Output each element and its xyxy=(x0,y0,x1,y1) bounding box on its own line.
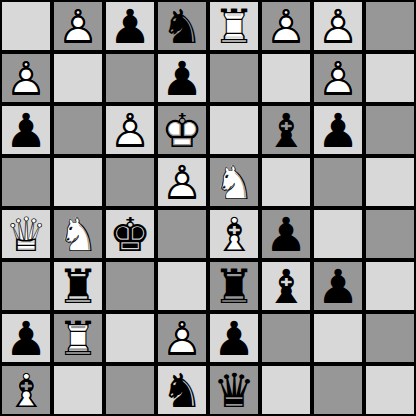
square-c3[interactable] xyxy=(104,260,156,312)
square-e1[interactable]: ♛ xyxy=(208,364,260,416)
white-bishop-icon-outline: ♗ xyxy=(210,210,258,258)
white-king-icon: ♚ xyxy=(158,106,206,154)
black-king-icon: ♚ xyxy=(106,210,154,258)
square-f8[interactable]: ♟♙ xyxy=(260,0,312,52)
square-e4[interactable]: ♝♗ xyxy=(208,208,260,260)
white-knight-icon-outline: ♘ xyxy=(210,158,258,206)
white-pawn-icon-outline: ♙ xyxy=(54,2,102,50)
square-h3[interactable] xyxy=(364,260,416,312)
black-pawn-icon: ♟ xyxy=(314,262,362,310)
white-pawn-icon: ♟ xyxy=(2,54,50,102)
square-f2[interactable] xyxy=(260,312,312,364)
square-c6[interactable]: ♟♙ xyxy=(104,104,156,156)
white-pawn-icon-outline: ♙ xyxy=(106,106,154,154)
square-f6[interactable]: ♝ xyxy=(260,104,312,156)
white-pawn-icon: ♟ xyxy=(314,2,362,50)
square-c8[interactable]: ♟ xyxy=(104,0,156,52)
square-d6[interactable]: ♚♔ xyxy=(156,104,208,156)
square-g4[interactable] xyxy=(312,208,364,260)
square-c7[interactable] xyxy=(104,52,156,104)
square-b1[interactable] xyxy=(52,364,104,416)
square-d2[interactable]: ♟♙ xyxy=(156,312,208,364)
square-b3[interactable]: ♜ xyxy=(52,260,104,312)
square-f5[interactable] xyxy=(260,156,312,208)
white-pawn-icon: ♟ xyxy=(158,314,206,362)
square-h8[interactable] xyxy=(364,0,416,52)
black-pawn-icon: ♟ xyxy=(2,106,50,154)
black-pawn-icon: ♟ xyxy=(314,106,362,154)
white-rook-icon: ♜ xyxy=(54,314,102,362)
square-h7[interactable] xyxy=(364,52,416,104)
white-queen-icon: ♛ xyxy=(2,210,50,258)
square-f1[interactable] xyxy=(260,364,312,416)
white-pawn-icon-outline: ♙ xyxy=(314,54,362,102)
square-b6[interactable] xyxy=(52,104,104,156)
white-pawn-icon: ♟ xyxy=(54,2,102,50)
square-a1[interactable]: ♝♗ xyxy=(0,364,52,416)
square-b7[interactable] xyxy=(52,52,104,104)
square-g8[interactable]: ♟♙ xyxy=(312,0,364,52)
square-f7[interactable] xyxy=(260,52,312,104)
black-knight-icon: ♞ xyxy=(158,2,206,50)
square-a5[interactable] xyxy=(0,156,52,208)
square-b2[interactable]: ♜♖ xyxy=(52,312,104,364)
black-pawn-icon: ♟ xyxy=(158,54,206,102)
square-d1[interactable]: ♞ xyxy=(156,364,208,416)
square-c5[interactable] xyxy=(104,156,156,208)
white-pawn-icon: ♟ xyxy=(106,106,154,154)
square-c1[interactable] xyxy=(104,364,156,416)
white-rook-icon: ♜ xyxy=(210,2,258,50)
black-rook-icon: ♜ xyxy=(54,262,102,310)
square-g5[interactable] xyxy=(312,156,364,208)
black-knight-icon: ♞ xyxy=(158,366,206,414)
square-d3[interactable] xyxy=(156,260,208,312)
chess-board: ♟♙♟♞♜♖♟♙♟♙♟♙♟♟♙♟♟♙♚♔♝♟♟♙♞♘♛♕♞♘♚♝♗♟♜♜♝♟♟♜… xyxy=(0,0,416,416)
white-pawn-icon: ♟ xyxy=(314,54,362,102)
square-b4[interactable]: ♞♘ xyxy=(52,208,104,260)
white-pawn-icon-outline: ♙ xyxy=(158,314,206,362)
square-e7[interactable] xyxy=(208,52,260,104)
square-e2[interactable]: ♟ xyxy=(208,312,260,364)
white-bishop-icon: ♝ xyxy=(210,210,258,258)
square-h6[interactable] xyxy=(364,104,416,156)
square-g2[interactable] xyxy=(312,312,364,364)
white-rook-icon-outline: ♖ xyxy=(54,314,102,362)
square-g1[interactable] xyxy=(312,364,364,416)
square-h5[interactable] xyxy=(364,156,416,208)
white-king-icon-outline: ♔ xyxy=(158,106,206,154)
white-knight-icon-outline: ♘ xyxy=(54,210,102,258)
square-a3[interactable] xyxy=(0,260,52,312)
black-bishop-icon: ♝ xyxy=(262,262,310,310)
square-h1[interactable] xyxy=(364,364,416,416)
black-rook-icon: ♜ xyxy=(210,262,258,310)
square-d7[interactable]: ♟ xyxy=(156,52,208,104)
white-pawn-icon: ♟ xyxy=(262,2,310,50)
square-f4[interactable]: ♟ xyxy=(260,208,312,260)
white-pawn-icon-outline: ♙ xyxy=(158,158,206,206)
white-knight-icon: ♞ xyxy=(54,210,102,258)
black-bishop-icon: ♝ xyxy=(262,106,310,154)
white-knight-icon: ♞ xyxy=(210,158,258,206)
square-a6[interactable]: ♟ xyxy=(0,104,52,156)
white-pawn-icon-outline: ♙ xyxy=(314,2,362,50)
square-b8[interactable]: ♟♙ xyxy=(52,0,104,52)
square-e6[interactable] xyxy=(208,104,260,156)
square-g6[interactable]: ♟ xyxy=(312,104,364,156)
white-queen-icon-outline: ♕ xyxy=(2,210,50,258)
white-bishop-icon: ♝ xyxy=(2,366,50,414)
square-g7[interactable]: ♟♙ xyxy=(312,52,364,104)
square-f3[interactable]: ♝ xyxy=(260,260,312,312)
square-h4[interactable] xyxy=(364,208,416,260)
square-a7[interactable]: ♟♙ xyxy=(0,52,52,104)
black-pawn-icon: ♟ xyxy=(262,210,310,258)
square-e5[interactable]: ♞♘ xyxy=(208,156,260,208)
square-d4[interactable] xyxy=(156,208,208,260)
white-rook-icon-outline: ♖ xyxy=(210,2,258,50)
square-g3[interactable]: ♟ xyxy=(312,260,364,312)
black-queen-icon: ♛ xyxy=(210,366,258,414)
square-d8[interactable]: ♞ xyxy=(156,0,208,52)
square-c4[interactable]: ♚ xyxy=(104,208,156,260)
square-b5[interactable] xyxy=(52,156,104,208)
black-pawn-icon: ♟ xyxy=(210,314,258,362)
white-pawn-icon-outline: ♙ xyxy=(2,54,50,102)
square-e3[interactable]: ♜ xyxy=(208,260,260,312)
square-e8[interactable]: ♜♖ xyxy=(208,0,260,52)
square-c2[interactable] xyxy=(104,312,156,364)
square-a4[interactable]: ♛♕ xyxy=(0,208,52,260)
black-pawn-icon: ♟ xyxy=(106,2,154,50)
white-pawn-icon: ♟ xyxy=(158,158,206,206)
square-d5[interactable]: ♟♙ xyxy=(156,156,208,208)
black-pawn-icon: ♟ xyxy=(2,314,50,362)
square-a2[interactable]: ♟ xyxy=(0,312,52,364)
white-bishop-icon-outline: ♗ xyxy=(2,366,50,414)
square-h2[interactable] xyxy=(364,312,416,364)
square-a8[interactable] xyxy=(0,0,52,52)
white-pawn-icon-outline: ♙ xyxy=(262,2,310,50)
